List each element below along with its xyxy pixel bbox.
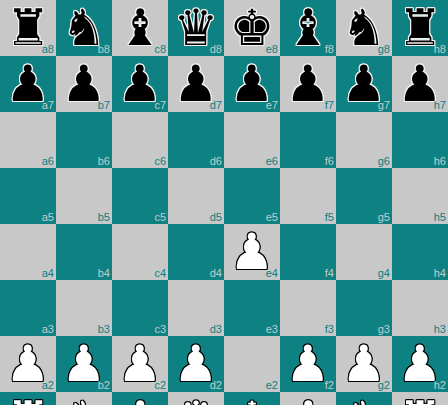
piece-black-pawn: ♟︎ <box>280 56 336 112</box>
square-b6[interactable]: b6 <box>56 112 112 168</box>
square-a2[interactable]: ♟︎a2 <box>0 336 56 392</box>
piece-black-knight: ♞︎ <box>56 0 112 56</box>
square-b1[interactable]: ♞︎b1 <box>56 392 112 405</box>
square-label-f4: f4 <box>325 267 334 280</box>
square-a3[interactable]: a3 <box>0 280 56 336</box>
square-f4[interactable]: f4 <box>280 224 336 280</box>
square-e5[interactable]: e5 <box>224 168 280 224</box>
square-g6[interactable]: g6 <box>336 112 392 168</box>
square-d3[interactable]: d3 <box>168 280 224 336</box>
square-label-c4: c4 <box>154 267 166 280</box>
piece-black-rook: ♜︎ <box>0 0 56 56</box>
square-label-b4: b4 <box>98 267 110 280</box>
square-h5[interactable]: h5 <box>392 168 448 224</box>
square-label-c6: c6 <box>154 155 166 168</box>
piece-black-rook: ♜︎ <box>392 0 448 56</box>
square-g7[interactable]: ♟︎g7 <box>336 56 392 112</box>
square-b5[interactable]: b5 <box>56 168 112 224</box>
square-f2[interactable]: ♟︎f2 <box>280 336 336 392</box>
piece-white-pawn: ♟︎ <box>336 336 392 392</box>
piece-black-pawn: ♟︎ <box>392 56 448 112</box>
square-c8[interactable]: ♝︎c8 <box>112 0 168 56</box>
piece-black-pawn: ♟︎ <box>0 56 56 112</box>
piece-white-pawn: ♟︎ <box>280 336 336 392</box>
piece-white-rook: ♜︎ <box>0 392 56 405</box>
piece-white-queen: ♛︎ <box>168 392 224 405</box>
square-label-d6: d6 <box>210 155 222 168</box>
square-h8[interactable]: ♜︎h8 <box>392 0 448 56</box>
square-c5[interactable]: c5 <box>112 168 168 224</box>
piece-black-pawn: ♟︎ <box>168 56 224 112</box>
square-f7[interactable]: ♟︎f7 <box>280 56 336 112</box>
piece-white-king: ♚︎ <box>224 392 280 405</box>
square-label-b6: b6 <box>98 155 110 168</box>
square-label-f5: f5 <box>325 211 334 224</box>
square-e1[interactable]: ♚︎e1 <box>224 392 280 405</box>
square-h6[interactable]: h6 <box>392 112 448 168</box>
square-label-a4: a4 <box>42 267 54 280</box>
square-label-d5: d5 <box>210 211 222 224</box>
square-f8[interactable]: ♝︎f8 <box>280 0 336 56</box>
square-h4[interactable]: h4 <box>392 224 448 280</box>
square-d8[interactable]: ♛︎d8 <box>168 0 224 56</box>
square-label-g5: g5 <box>378 211 390 224</box>
square-label-b5: b5 <box>98 211 110 224</box>
square-g5[interactable]: g5 <box>336 168 392 224</box>
square-g1[interactable]: ♞︎g1 <box>336 392 392 405</box>
square-g3[interactable]: g3 <box>336 280 392 336</box>
square-f3[interactable]: f3 <box>280 280 336 336</box>
piece-black-pawn: ♟︎ <box>224 56 280 112</box>
square-b8[interactable]: ♞︎b8 <box>56 0 112 56</box>
piece-white-pawn: ♟︎ <box>0 336 56 392</box>
piece-black-knight: ♞︎ <box>336 0 392 56</box>
square-label-f6: f6 <box>325 155 334 168</box>
square-c4[interactable]: c4 <box>112 224 168 280</box>
square-label-g6: g6 <box>378 155 390 168</box>
square-b3[interactable]: b3 <box>56 280 112 336</box>
square-f5[interactable]: f5 <box>280 168 336 224</box>
piece-white-pawn: ♟︎ <box>112 336 168 392</box>
piece-black-king: ♚︎ <box>224 0 280 56</box>
piece-black-bishop: ♝︎ <box>280 0 336 56</box>
square-g2[interactable]: ♟︎g2 <box>336 336 392 392</box>
board-viewport: ♜︎a8♞︎b8♝︎c8♛︎d8♚︎e8♝︎f8♞︎g8♜︎h8♟︎a7♟︎b7… <box>0 0 448 405</box>
square-label-h5: h5 <box>434 211 446 224</box>
square-h7[interactable]: ♟︎h7 <box>392 56 448 112</box>
square-label-e6: e6 <box>266 155 278 168</box>
square-label-a5: a5 <box>42 211 54 224</box>
square-h2[interactable]: ♟︎h2 <box>392 336 448 392</box>
square-d4[interactable]: d4 <box>168 224 224 280</box>
square-a4[interactable]: a4 <box>0 224 56 280</box>
square-d1[interactable]: ♛︎d1 <box>168 392 224 405</box>
square-c2[interactable]: ♟︎c2 <box>112 336 168 392</box>
piece-black-pawn: ♟︎ <box>112 56 168 112</box>
piece-white-rook: ♜︎ <box>392 392 448 405</box>
square-e7[interactable]: ♟︎e7 <box>224 56 280 112</box>
square-e2[interactable]: e2 <box>224 336 280 392</box>
piece-white-pawn: ♟︎ <box>392 336 448 392</box>
piece-white-pawn: ♟︎ <box>224 224 280 280</box>
piece-white-knight: ♞︎ <box>56 392 112 405</box>
square-a7[interactable]: ♟︎a7 <box>0 56 56 112</box>
square-label-g4: g4 <box>378 267 390 280</box>
piece-black-pawn: ♟︎ <box>336 56 392 112</box>
square-b2[interactable]: ♟︎b2 <box>56 336 112 392</box>
square-e4[interactable]: ♟︎e4 <box>224 224 280 280</box>
square-b7[interactable]: ♟︎b7 <box>56 56 112 112</box>
piece-black-queen: ♛︎ <box>168 0 224 56</box>
square-d7[interactable]: ♟︎d7 <box>168 56 224 112</box>
square-b4[interactable]: b4 <box>56 224 112 280</box>
square-c7[interactable]: ♟︎c7 <box>112 56 168 112</box>
square-a5[interactable]: a5 <box>0 168 56 224</box>
square-d6[interactable]: d6 <box>168 112 224 168</box>
square-d5[interactable]: d5 <box>168 168 224 224</box>
square-h3[interactable]: h3 <box>392 280 448 336</box>
square-e8[interactable]: ♚︎e8 <box>224 0 280 56</box>
piece-white-bishop: ♝︎ <box>280 392 336 405</box>
square-h1[interactable]: ♜︎h1 <box>392 392 448 405</box>
piece-white-knight: ♞︎ <box>336 392 392 405</box>
square-c3[interactable]: c3 <box>112 280 168 336</box>
square-f1[interactable]: ♝︎f1 <box>280 392 336 405</box>
square-e6[interactable]: e6 <box>224 112 280 168</box>
square-g4[interactable]: g4 <box>336 224 392 280</box>
square-a6[interactable]: a6 <box>0 112 56 168</box>
square-c6[interactable]: c6 <box>112 112 168 168</box>
piece-white-pawn: ♟︎ <box>56 336 112 392</box>
piece-white-bishop: ♝︎ <box>112 392 168 405</box>
square-a8[interactable]: ♜︎a8 <box>0 0 56 56</box>
square-label-h4: h4 <box>434 267 446 280</box>
square-d2[interactable]: ♟︎d2 <box>168 336 224 392</box>
square-label-h6: h6 <box>434 155 446 168</box>
piece-white-pawn: ♟︎ <box>168 336 224 392</box>
square-label-d4: d4 <box>210 267 222 280</box>
square-a1[interactable]: ♜︎a1 <box>0 392 56 405</box>
piece-black-pawn: ♟︎ <box>56 56 112 112</box>
square-e3[interactable]: e3 <box>224 280 280 336</box>
square-f6[interactable]: f6 <box>280 112 336 168</box>
square-label-a6: a6 <box>42 155 54 168</box>
square-c1[interactable]: ♝︎c1 <box>112 392 168 405</box>
piece-black-bishop: ♝︎ <box>112 0 168 56</box>
square-g8[interactable]: ♞︎g8 <box>336 0 392 56</box>
square-label-c5: c5 <box>154 211 166 224</box>
chess-board: ♜︎a8♞︎b8♝︎c8♛︎d8♚︎e8♝︎f8♞︎g8♜︎h8♟︎a7♟︎b7… <box>0 0 448 405</box>
square-label-e3: e3 <box>266 323 278 336</box>
